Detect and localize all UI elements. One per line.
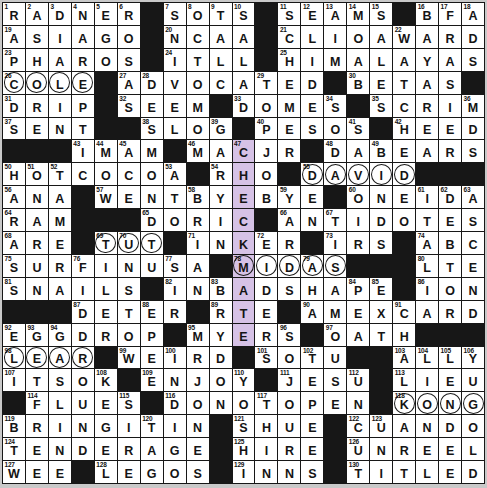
cell-r3c15[interactable]: M xyxy=(324,49,346,71)
cell-r3c10[interactable]: L xyxy=(210,49,232,71)
cell-r1c17[interactable]: 15S xyxy=(370,3,392,25)
cell-r7c7[interactable]: M xyxy=(141,140,163,162)
cell-r2c19[interactable]: A xyxy=(416,26,438,48)
cell-r4c13[interactable]: E xyxy=(278,72,300,94)
cell-r1c2[interactable]: 2A xyxy=(26,3,48,25)
cell-r5c1[interactable]: 31D xyxy=(3,95,25,117)
cell-r7c17[interactable]: 49B xyxy=(370,140,392,162)
cell-r11c7[interactable]: T xyxy=(141,232,163,254)
cell-r2c3[interactable]: I xyxy=(49,26,71,48)
cell-r18c9[interactable]: O xyxy=(187,392,209,414)
cell-r9c14[interactable]: E xyxy=(301,186,323,208)
cell-r9c6[interactable]: E xyxy=(118,186,140,208)
cell-r21c17[interactable]: I xyxy=(370,461,392,483)
cell-r16c8[interactable]: 100I xyxy=(164,347,186,369)
cell-r8c17[interactable]: I xyxy=(370,163,392,185)
cell-r18c18[interactable]: 118K xyxy=(393,392,415,414)
cell-r13c10[interactable]: 83B xyxy=(210,278,232,300)
cell-r19c20[interactable]: D xyxy=(439,415,461,437)
cell-r12c20[interactable]: T xyxy=(439,255,461,277)
cell-r21c21[interactable]: D xyxy=(462,461,484,483)
cell-r16c15[interactable]: U xyxy=(324,347,346,369)
cell-r8c6[interactable]: C xyxy=(118,163,140,185)
cell-r17c15[interactable]: S xyxy=(324,369,346,391)
cell-r21c14[interactable]: S xyxy=(301,461,323,483)
cell-r6c21[interactable]: D xyxy=(462,118,484,140)
cell-r6c13[interactable]: E xyxy=(278,118,300,140)
cell-r1c9[interactable]: 8O xyxy=(187,3,209,25)
cell-r14c7[interactable]: 88E xyxy=(141,301,163,323)
cell-r17c4[interactable]: O xyxy=(72,369,94,391)
cell-r6c12[interactable]: 40P xyxy=(255,118,277,140)
cell-r6c1[interactable]: 37S xyxy=(3,118,25,140)
cell-r19c13[interactable]: U xyxy=(278,415,300,437)
cell-r15c17[interactable]: T xyxy=(370,324,392,346)
cell-r2c9[interactable]: C xyxy=(187,26,209,48)
cell-r4c10[interactable]: C xyxy=(210,72,232,94)
cell-r4c18[interactable]: T xyxy=(393,72,415,94)
cell-r18c6[interactable]: 115S xyxy=(118,392,140,414)
cell-r2c21[interactable]: D xyxy=(462,26,484,48)
cell-r13c12[interactable]: D xyxy=(255,278,277,300)
cell-r1c15[interactable]: 13A xyxy=(324,3,346,25)
cell-r21c7[interactable]: G xyxy=(141,461,163,483)
cell-r18c15[interactable]: E xyxy=(324,392,346,414)
cell-r2c10[interactable]: A xyxy=(210,26,232,48)
cell-r19c16[interactable]: 122C xyxy=(347,415,369,437)
cell-r2c20[interactable]: R xyxy=(439,26,461,48)
cell-r21c19[interactable]: L xyxy=(416,461,438,483)
cell-r3c4[interactable]: R xyxy=(72,49,94,71)
cell-r4c8[interactable]: V xyxy=(164,72,186,94)
cell-r6c18[interactable]: 42H xyxy=(393,118,415,140)
cell-r7c16[interactable]: A xyxy=(347,140,369,162)
cell-r17c20[interactable]: E xyxy=(439,369,461,391)
cell-r13c11[interactable]: A xyxy=(233,278,255,300)
cell-r11c19[interactable]: 74A xyxy=(416,232,438,254)
cell-r8c18[interactable]: D xyxy=(393,163,415,185)
cell-r20c2[interactable]: E xyxy=(26,438,48,460)
cell-r20c18[interactable]: R xyxy=(393,438,415,460)
cell-r1c21[interactable]: 18A xyxy=(462,3,484,25)
cell-r8c8[interactable]: 53A xyxy=(164,163,186,185)
cell-r8c14[interactable]: 55D xyxy=(301,163,323,185)
cell-r8c16[interactable]: V xyxy=(347,163,369,185)
cell-r9c3[interactable]: A xyxy=(49,186,71,208)
cell-r18c8[interactable]: 116D xyxy=(164,392,186,414)
cell-r17c7[interactable]: 109E xyxy=(141,369,163,391)
cell-r4c6[interactable]: 27A xyxy=(118,72,140,94)
cell-r17c9[interactable]: J xyxy=(187,369,209,391)
cell-r6c15[interactable]: O xyxy=(324,118,346,140)
cell-r19c11[interactable]: 121S xyxy=(233,415,255,437)
cell-r19c6[interactable]: I xyxy=(118,415,140,437)
cell-r10c11[interactable]: C xyxy=(233,209,255,231)
cell-r17c1[interactable]: 107I xyxy=(3,369,25,391)
cell-r6c10[interactable]: 39G xyxy=(210,118,232,140)
cell-r6c9[interactable]: O xyxy=(187,118,209,140)
cell-r10c20[interactable]: E xyxy=(439,209,461,231)
cell-r20c12[interactable]: I xyxy=(255,438,277,460)
cell-r14c6[interactable]: T xyxy=(118,301,140,323)
cell-r9c9[interactable]: 58B xyxy=(187,186,209,208)
cell-r12c14[interactable]: 79A xyxy=(301,255,323,277)
cell-r12c8[interactable]: 77S xyxy=(164,255,186,277)
cell-r10c7[interactable]: 65D xyxy=(141,209,163,231)
cell-r9c8[interactable]: T xyxy=(164,186,186,208)
cell-r9c2[interactable]: N xyxy=(26,186,48,208)
cell-r10c10[interactable]: I xyxy=(210,209,232,231)
cell-r21c18[interactable]: T xyxy=(393,461,415,483)
cell-r15c16[interactable]: A xyxy=(347,324,369,346)
cell-r1c20[interactable]: 17F xyxy=(439,3,461,25)
cell-r13c20[interactable]: O xyxy=(439,278,461,300)
cell-r5c3[interactable]: I xyxy=(49,95,71,117)
cell-r3c8[interactable]: 24I xyxy=(164,49,186,71)
cell-r18c21[interactable]: G xyxy=(462,392,484,414)
cell-r19c4[interactable]: N xyxy=(72,415,94,437)
cell-r18c3[interactable]: L xyxy=(49,392,71,414)
cell-r19c9[interactable]: N xyxy=(187,415,209,437)
cell-r13c2[interactable]: N xyxy=(26,278,48,300)
cell-r1c5[interactable]: 5E xyxy=(95,3,117,25)
cell-r13c21[interactable]: N xyxy=(462,278,484,300)
cell-r7c15[interactable]: 48D xyxy=(324,140,346,162)
cell-r5c18[interactable]: C xyxy=(393,95,415,117)
cell-r16c14[interactable]: 102T xyxy=(301,347,323,369)
cell-r11c10[interactable]: N xyxy=(210,232,232,254)
cell-r5c8[interactable]: E xyxy=(164,95,186,117)
cell-r17c18[interactable]: 113L xyxy=(393,369,415,391)
cell-r8c15[interactable]: A xyxy=(324,163,346,185)
cell-r15c12[interactable]: R xyxy=(255,324,277,346)
cell-r9c20[interactable]: 62D xyxy=(439,186,461,208)
cell-r12c3[interactable]: R xyxy=(49,255,71,277)
cell-r21c6[interactable]: E xyxy=(118,461,140,483)
cell-r7c10[interactable]: A xyxy=(210,140,232,162)
cell-r8c2[interactable]: 51O xyxy=(26,163,48,185)
cell-r21c12[interactable]: N xyxy=(255,461,277,483)
cell-r13c8[interactable]: 82I xyxy=(164,278,186,300)
cell-r11c1[interactable]: 68A xyxy=(3,232,25,254)
cell-r16c19[interactable]: 104L xyxy=(416,347,438,369)
cell-r19c5[interactable]: G xyxy=(95,415,117,437)
cell-r16c1[interactable]: 98L xyxy=(3,347,25,369)
cell-r6c20[interactable]: E xyxy=(439,118,461,140)
cell-r13c1[interactable]: 81S xyxy=(3,278,25,300)
cell-r7c11[interactable]: 47C xyxy=(233,140,255,162)
cell-r20c8[interactable]: G xyxy=(164,438,186,460)
cell-r3c13[interactable]: 25H xyxy=(278,49,300,71)
cell-r3c14[interactable]: I xyxy=(301,49,323,71)
cell-r11c2[interactable]: R xyxy=(26,232,48,254)
cell-r10c18[interactable]: O xyxy=(393,209,415,231)
cell-r18c19[interactable]: O xyxy=(416,392,438,414)
cell-r21c8[interactable]: O xyxy=(164,461,186,483)
cell-r7c13[interactable]: R xyxy=(278,140,300,162)
cell-r10c16[interactable]: I xyxy=(347,209,369,231)
cell-r9c19[interactable]: 61I xyxy=(416,186,438,208)
cell-r10c15[interactable]: 67T xyxy=(324,209,346,231)
cell-r6c2[interactable]: E xyxy=(26,118,48,140)
cell-r12c7[interactable]: U xyxy=(141,255,163,277)
cell-r7c5[interactable]: 44M xyxy=(95,140,117,162)
cell-r12c1[interactable]: 75S xyxy=(3,255,25,277)
cell-r13c13[interactable]: S xyxy=(278,278,300,300)
cell-r15c13[interactable]: 96S xyxy=(278,324,300,346)
cell-r10c13[interactable]: 66A xyxy=(278,209,300,231)
cell-r9c10[interactable]: Y xyxy=(210,186,232,208)
cell-r19c7[interactable]: 120T xyxy=(141,415,163,437)
cell-r11c13[interactable]: R xyxy=(278,232,300,254)
cell-r7c20[interactable]: R xyxy=(439,140,461,162)
cell-r13c5[interactable]: L xyxy=(95,278,117,300)
cell-r14c21[interactable]: D xyxy=(462,301,484,323)
cell-r14c11[interactable]: T xyxy=(233,301,255,323)
cell-r18c2[interactable]: 114F xyxy=(26,392,48,414)
cell-r20c5[interactable]: E xyxy=(95,438,117,460)
cell-r2c17[interactable]: A xyxy=(370,26,392,48)
cell-r20c4[interactable]: D xyxy=(72,438,94,460)
cell-r13c19[interactable]: 86I xyxy=(416,278,438,300)
cell-r17c8[interactable]: N xyxy=(164,369,186,391)
cell-r8c1[interactable]: 50H xyxy=(3,163,25,185)
cell-r5c17[interactable]: 35S xyxy=(370,95,392,117)
cell-r1c19[interactable]: 16B xyxy=(416,3,438,25)
cell-r20c1[interactable]: 124T xyxy=(3,438,25,460)
cell-r2c13[interactable]: 21C xyxy=(278,26,300,48)
cell-r9c1[interactable]: 56A xyxy=(3,186,25,208)
cell-r1c13[interactable]: 11S xyxy=(278,3,300,25)
cell-r16c20[interactable]: 105L xyxy=(439,347,461,369)
cell-r12c12[interactable]: I xyxy=(255,255,277,277)
cell-r3c2[interactable]: H xyxy=(26,49,48,71)
cell-r15c15[interactable]: 97O xyxy=(324,324,346,346)
cell-r17c21[interactable]: U xyxy=(462,369,484,391)
cell-r13c14[interactable]: H xyxy=(301,278,323,300)
cell-r16c10[interactable]: D xyxy=(210,347,232,369)
cell-r21c13[interactable]: N xyxy=(278,461,300,483)
cell-r1c14[interactable]: 12E xyxy=(301,3,323,25)
cell-r18c16[interactable]: N xyxy=(347,392,369,414)
cell-r11c5[interactable]: 69T xyxy=(95,232,117,254)
cell-r12c2[interactable]: U xyxy=(26,255,48,277)
cell-r1c11[interactable]: 10S xyxy=(233,3,255,25)
cell-r7c19[interactable]: A xyxy=(416,140,438,162)
cell-r12c4[interactable]: 76F xyxy=(72,255,94,277)
cell-r19c1[interactable]: 119B xyxy=(3,415,25,437)
cell-r17c13[interactable]: 111J xyxy=(278,369,300,391)
cell-r21c11[interactable]: 129I xyxy=(233,461,255,483)
cell-r3c19[interactable]: Y xyxy=(416,49,438,71)
cell-r15c7[interactable]: P xyxy=(141,324,163,346)
cell-r17c3[interactable]: S xyxy=(49,369,71,391)
cell-r14c17[interactable]: X xyxy=(370,301,392,323)
cell-r6c8[interactable]: L xyxy=(164,118,186,140)
cell-r3c1[interactable]: 23P xyxy=(3,49,25,71)
cell-r13c16[interactable]: 84P xyxy=(347,278,369,300)
cell-r11c12[interactable]: 72E xyxy=(255,232,277,254)
cell-r11c9[interactable]: 71I xyxy=(187,232,209,254)
cell-r8c4[interactable]: C xyxy=(72,163,94,185)
cell-r1c3[interactable]: 3D xyxy=(49,3,71,25)
cell-r5c20[interactable]: I xyxy=(439,95,461,117)
cell-r19c19[interactable]: N xyxy=(416,415,438,437)
cell-r17c2[interactable]: T xyxy=(26,369,48,391)
cell-r1c1[interactable]: 1R xyxy=(3,3,25,25)
cell-r12c13[interactable]: D xyxy=(278,255,300,277)
cell-r4c12[interactable]: 29T xyxy=(255,72,277,94)
cell-r20c17[interactable]: N xyxy=(370,438,392,460)
cell-r20c21[interactable]: L xyxy=(462,438,484,460)
cell-r14c12[interactable]: E xyxy=(255,301,277,323)
cell-r6c4[interactable]: T xyxy=(72,118,94,140)
cell-r15c4[interactable]: D xyxy=(72,324,94,346)
cell-r8c7[interactable]: O xyxy=(141,163,163,185)
cell-r18c12[interactable]: 117T xyxy=(255,392,277,414)
cell-r7c9[interactable]: 46M xyxy=(187,140,209,162)
cell-r6c19[interactable]: E xyxy=(416,118,438,140)
cell-r20c3[interactable]: N xyxy=(49,438,71,460)
cell-r21c3[interactable]: E xyxy=(49,461,71,483)
cell-r13c3[interactable]: A xyxy=(49,278,71,300)
cell-r12c11[interactable]: 78M xyxy=(233,255,255,277)
cell-r3c18[interactable]: A xyxy=(393,49,415,71)
cell-r18c14[interactable]: P xyxy=(301,392,323,414)
cell-r4c3[interactable]: L xyxy=(49,72,71,94)
cell-r1c8[interactable]: 7S xyxy=(164,3,186,25)
cell-r5c9[interactable]: M xyxy=(187,95,209,117)
cell-r4c14[interactable]: D xyxy=(301,72,323,94)
cell-r14c14[interactable]: 90A xyxy=(301,301,323,323)
cell-r13c17[interactable]: 85E xyxy=(370,278,392,300)
cell-r14c16[interactable]: E xyxy=(347,301,369,323)
cell-r21c2[interactable]: E xyxy=(26,461,48,483)
cell-r16c3[interactable]: A xyxy=(49,347,71,369)
cell-r11c15[interactable]: 73I xyxy=(324,232,346,254)
cell-r1c6[interactable]: 6R xyxy=(118,3,140,25)
cell-r5c15[interactable]: 34S xyxy=(324,95,346,117)
cell-r7c12[interactable]: J xyxy=(255,140,277,162)
cell-r14c5[interactable]: E xyxy=(95,301,117,323)
cell-r5c11[interactable]: 33D xyxy=(233,95,255,117)
cell-r10c3[interactable]: M xyxy=(49,209,71,231)
cell-r4c7[interactable]: 28D xyxy=(141,72,163,94)
cell-r16c21[interactable]: 106Y xyxy=(462,347,484,369)
cell-r16c2[interactable]: E xyxy=(26,347,48,369)
cell-r2c11[interactable]: A xyxy=(233,26,255,48)
cell-r15c5[interactable]: R xyxy=(95,324,117,346)
cell-r2c1[interactable]: 19A xyxy=(3,26,25,48)
cell-r16c18[interactable]: 103A xyxy=(393,347,415,369)
cell-r18c4[interactable]: U xyxy=(72,392,94,414)
cell-r6c3[interactable]: N xyxy=(49,118,71,140)
cell-r17c10[interactable]: O xyxy=(210,369,232,391)
cell-r12c6[interactable]: N xyxy=(118,255,140,277)
cell-r6c16[interactable]: 41S xyxy=(347,118,369,140)
cell-r20c6[interactable]: R xyxy=(118,438,140,460)
cell-r12c15[interactable]: S xyxy=(324,255,346,277)
cell-r14c15[interactable]: M xyxy=(324,301,346,323)
cell-r2c2[interactable]: S xyxy=(26,26,48,48)
cell-r9c18[interactable]: E xyxy=(393,186,415,208)
cell-r4c11[interactable]: A xyxy=(233,72,255,94)
cell-r21c16[interactable]: 130T xyxy=(347,461,369,483)
cell-r12c5[interactable]: I xyxy=(95,255,117,277)
cell-r10c19[interactable]: T xyxy=(416,209,438,231)
cell-r20c11[interactable]: 125H xyxy=(233,438,255,460)
cell-r13c9[interactable]: N xyxy=(187,278,209,300)
cell-r11c11[interactable]: K xyxy=(233,232,255,254)
cell-r20c9[interactable]: E xyxy=(187,438,209,460)
cell-r15c6[interactable]: O xyxy=(118,324,140,346)
cell-r2c16[interactable]: O xyxy=(347,26,369,48)
cell-r15c11[interactable]: E xyxy=(233,324,255,346)
cell-r11c3[interactable]: E xyxy=(49,232,71,254)
cell-r2c4[interactable]: A xyxy=(72,26,94,48)
cell-r19c3[interactable]: I xyxy=(49,415,71,437)
cell-r8c3[interactable]: 52T xyxy=(49,163,71,185)
cell-r7c18[interactable]: E xyxy=(393,140,415,162)
cell-r3c11[interactable]: L xyxy=(233,49,255,71)
cell-r4c1[interactable]: 26C xyxy=(3,72,25,94)
cell-r15c2[interactable]: 93G xyxy=(26,324,48,346)
cell-r14c19[interactable]: A xyxy=(416,301,438,323)
cell-r11c6[interactable]: 70U xyxy=(118,232,140,254)
cell-r3c5[interactable]: O xyxy=(95,49,117,71)
cell-r19c2[interactable]: R xyxy=(26,415,48,437)
cell-r14c18[interactable]: 91C xyxy=(393,301,415,323)
cell-r4c19[interactable]: A xyxy=(416,72,438,94)
cell-r5c7[interactable]: E xyxy=(141,95,163,117)
cell-r21c5[interactable]: 128L xyxy=(95,461,117,483)
cell-r19c8[interactable]: I xyxy=(164,415,186,437)
cell-r17c11[interactable]: 110Y xyxy=(233,369,255,391)
cell-r15c9[interactable]: 95M xyxy=(187,324,209,346)
cell-r19c12[interactable]: H xyxy=(255,415,277,437)
cell-r2c5[interactable]: G xyxy=(95,26,117,48)
cell-r7c6[interactable]: 45A xyxy=(118,140,140,162)
cell-r14c10[interactable]: 89R xyxy=(210,301,232,323)
cell-r10c14[interactable]: N xyxy=(301,209,323,231)
cell-r8c10[interactable]: 54R xyxy=(210,163,232,185)
cell-r3c9[interactable]: T xyxy=(187,49,209,71)
cell-r3c6[interactable]: S xyxy=(118,49,140,71)
cell-r10c21[interactable]: S xyxy=(462,209,484,231)
cell-r7c4[interactable]: 43I xyxy=(72,140,94,162)
cell-r5c19[interactable]: R xyxy=(416,95,438,117)
cell-r14c4[interactable]: 87D xyxy=(72,301,94,323)
cell-r5c4[interactable]: P xyxy=(72,95,94,117)
cell-r9c21[interactable]: 63A xyxy=(462,186,484,208)
cell-r11c21[interactable]: C xyxy=(462,232,484,254)
cell-r3c16[interactable]: A xyxy=(347,49,369,71)
cell-r15c3[interactable]: 94G xyxy=(49,324,71,346)
cell-r21c1[interactable]: 127W xyxy=(3,461,25,483)
cell-r15c1[interactable]: 92E xyxy=(3,324,25,346)
cell-r21c20[interactable]: E xyxy=(439,461,461,483)
cell-r5c21[interactable]: 36M xyxy=(462,95,484,117)
cell-r16c7[interactable]: E xyxy=(141,347,163,369)
cell-r13c15[interactable]: A xyxy=(324,278,346,300)
cell-r18c5[interactable]: E xyxy=(95,392,117,414)
cell-r18c10[interactable]: N xyxy=(210,392,232,414)
cell-r3c3[interactable]: A xyxy=(49,49,71,71)
cell-r1c10[interactable]: 9T xyxy=(210,3,232,25)
cell-r8c12[interactable]: O xyxy=(255,163,277,185)
cell-r11c17[interactable]: S xyxy=(370,232,392,254)
cell-r10c9[interactable]: R xyxy=(187,209,209,231)
